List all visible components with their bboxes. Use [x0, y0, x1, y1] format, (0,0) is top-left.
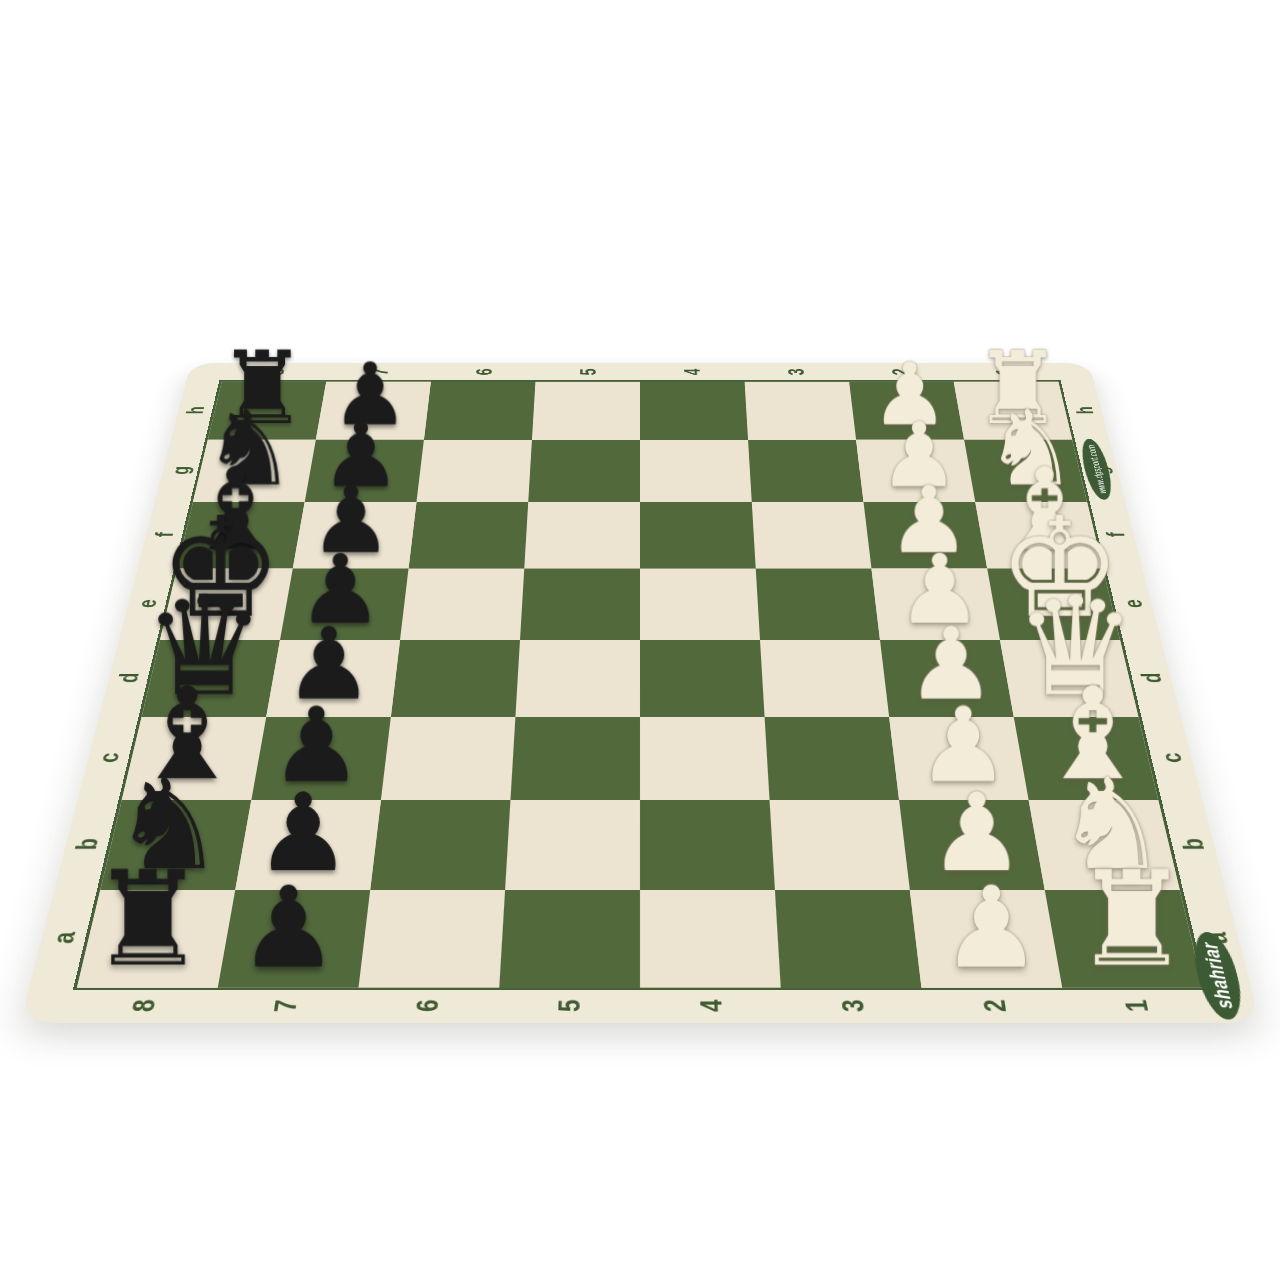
coord-top-4: 4	[681, 369, 704, 376]
coord-left-b: b	[71, 838, 103, 850]
coord-right-g: g	[1087, 466, 1113, 474]
coord-top-6: 6	[472, 369, 495, 376]
piece-white-pawn-h2: ♟	[871, 351, 948, 437]
coord-bottom-1: 1	[1120, 999, 1153, 1011]
coord-right-d: d	[1137, 673, 1166, 683]
coord-left-a: a	[47, 932, 80, 944]
square-b6[interactable]	[370, 800, 510, 890]
square-g1[interactable]: ♞	[964, 440, 1087, 502]
square-c7[interactable]: ♟	[251, 717, 390, 800]
piece-black-knight-b8: ♞	[112, 761, 225, 887]
square-a3[interactable]	[775, 890, 922, 988]
coord-left-g: g	[167, 466, 193, 474]
piece-white-rook-h1: ♜	[973, 337, 1063, 438]
square-f5[interactable]	[524, 502, 640, 569]
square-h7[interactable]: ♟	[316, 382, 431, 440]
square-e7[interactable]: ♟	[280, 569, 409, 640]
square-h5[interactable]	[532, 382, 640, 440]
square-h1[interactable]: ♜	[954, 382, 1072, 440]
square-g5[interactable]	[528, 440, 640, 502]
square-d1[interactable]: ♛	[1000, 640, 1138, 717]
chess-board: ♜♟♟♜♞♟♟♞♝♟♟♝♚♟♟♚♛♟♟♛♝♟♟♝♞♟♟♞♜♟♟♜	[73, 380, 1207, 990]
square-d4[interactable]	[640, 640, 765, 717]
coord-right-e: e	[1119, 599, 1147, 608]
square-c4[interactable]	[640, 717, 770, 800]
square-f2[interactable]: ♟	[864, 502, 988, 569]
square-e5[interactable]	[520, 569, 640, 640]
piece-black-rook-h8: ♜	[217, 337, 307, 438]
coord-top-1: 1	[992, 369, 1016, 376]
square-f1[interactable]: ♝	[975, 502, 1103, 569]
square-a4[interactable]	[640, 890, 781, 988]
square-c2[interactable]: ♟	[889, 717, 1028, 800]
square-d8[interactable]: ♛	[142, 640, 280, 717]
square-h2[interactable]: ♟	[849, 382, 964, 440]
square-b5[interactable]	[505, 800, 640, 890]
square-a5[interactable]	[499, 890, 640, 988]
photo-scene: ♜♟♟♜♞♟♟♞♝♟♟♝♚♟♟♚♛♟♟♛♝♟♟♝♞♟♟♞♜♟♟♜ 8877665…	[0, 0, 1280, 1280]
square-f3[interactable]	[752, 502, 872, 569]
square-b8[interactable]: ♞	[100, 800, 251, 890]
square-e1[interactable]: ♚	[987, 569, 1120, 640]
coord-bottom-3: 3	[837, 999, 869, 1011]
piece-white-knight-b1: ♞	[1055, 761, 1168, 887]
square-d2[interactable]: ♟	[880, 640, 1014, 717]
coord-bottom-4: 4	[695, 999, 726, 1011]
square-e3[interactable]	[756, 569, 880, 640]
square-c1[interactable]: ♝	[1014, 717, 1158, 800]
coord-bottom-5: 5	[553, 999, 584, 1011]
square-h3[interactable]	[745, 382, 857, 440]
square-d5[interactable]	[515, 640, 640, 717]
square-g3[interactable]	[748, 440, 863, 502]
square-d3[interactable]	[760, 640, 889, 717]
coord-top-2: 2	[888, 369, 912, 376]
square-b7[interactable]: ♟	[235, 800, 381, 890]
coord-right-h: h	[1072, 406, 1097, 414]
coord-left-f: f	[151, 532, 177, 537]
square-g7[interactable]: ♟	[305, 440, 424, 502]
coord-left-e: e	[133, 599, 161, 608]
coord-right-b: b	[1177, 838, 1209, 850]
coord-right-f: f	[1103, 532, 1129, 537]
square-b1[interactable]: ♞	[1029, 800, 1180, 890]
square-f8[interactable]: ♝	[177, 502, 305, 569]
square-c3[interactable]	[765, 717, 900, 800]
square-e2[interactable]: ♟	[871, 569, 1000, 640]
square-h8[interactable]: ♜	[208, 382, 326, 440]
square-c5[interactable]	[510, 717, 640, 800]
square-g6[interactable]	[416, 440, 531, 502]
square-f6[interactable]	[409, 502, 529, 569]
coord-bottom-2: 2	[978, 999, 1011, 1011]
coord-left-h: h	[183, 406, 208, 414]
coord-bottom-7: 7	[269, 999, 302, 1011]
square-b3[interactable]	[770, 800, 910, 890]
square-d6[interactable]	[391, 640, 520, 717]
square-f7[interactable]: ♟	[293, 502, 417, 569]
coord-top-7: 7	[368, 369, 392, 376]
coord-top-5: 5	[577, 369, 600, 376]
square-e4[interactable]	[640, 569, 760, 640]
square-h4[interactable]	[640, 382, 748, 440]
square-a1[interactable]: ♜	[1045, 890, 1203, 988]
square-e8[interactable]: ♚	[160, 569, 293, 640]
piece-black-pawn-h7: ♟	[331, 351, 408, 437]
chess-mat: ♜♟♟♜♞♟♟♞♝♟♟♝♚♟♟♚♛♟♟♛♝♟♟♝♞♟♟♞♜♟♟♜ 8877665…	[20, 363, 1261, 1023]
coord-top-8: 8	[264, 369, 288, 376]
square-a7[interactable]: ♟	[218, 890, 370, 988]
square-g8[interactable]: ♞	[193, 440, 316, 502]
square-c6[interactable]	[381, 717, 516, 800]
square-a2[interactable]: ♟	[910, 890, 1062, 988]
coord-left-d: d	[114, 673, 143, 683]
coord-bottom-8: 8	[127, 999, 160, 1011]
square-a6[interactable]	[358, 890, 505, 988]
square-e6[interactable]	[400, 569, 524, 640]
square-a8[interactable]: ♜	[77, 890, 235, 988]
coord-right-c: c	[1156, 753, 1186, 763]
square-g4[interactable]	[640, 440, 752, 502]
square-h6[interactable]	[424, 382, 536, 440]
square-d7[interactable]: ♟	[266, 640, 400, 717]
square-b4[interactable]	[640, 800, 775, 890]
square-g2[interactable]: ♟	[856, 440, 975, 502]
square-c8[interactable]: ♝	[122, 717, 266, 800]
coord-top-3: 3	[784, 369, 807, 376]
coord-left-c: c	[94, 753, 124, 763]
square-f4[interactable]	[640, 502, 756, 569]
square-b2[interactable]: ♟	[899, 800, 1045, 890]
coord-bottom-6: 6	[411, 999, 443, 1011]
